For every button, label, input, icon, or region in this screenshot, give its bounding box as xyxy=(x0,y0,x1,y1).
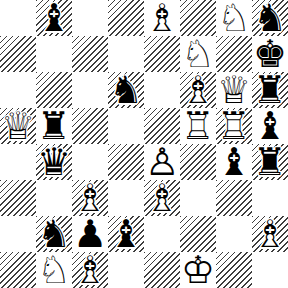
piece-glyph: ♖ xyxy=(180,108,216,144)
piece-glyph: ♛ xyxy=(36,144,72,180)
piece-black-knight: ♞♞ xyxy=(108,72,144,108)
piece-halo: ♜ xyxy=(180,108,216,144)
square-g3[interactable] xyxy=(216,180,252,216)
piece-white-pawn: ♟♙ xyxy=(144,144,180,180)
piece-glyph: ♘ xyxy=(180,36,216,72)
piece-black-knight: ♞♞ xyxy=(252,0,288,36)
square-d8[interactable] xyxy=(108,0,144,36)
square-c5[interactable] xyxy=(72,108,108,144)
piece-glyph: ♞ xyxy=(108,72,144,108)
piece-black-knight: ♞♞ xyxy=(36,216,72,252)
piece-glyph: ♚ xyxy=(252,36,288,72)
square-c2[interactable]: ♟♟ xyxy=(72,216,108,252)
square-a7[interactable] xyxy=(0,36,36,72)
square-e2[interactable] xyxy=(144,216,180,252)
piece-halo: ♛ xyxy=(36,144,72,180)
piece-halo: ♝ xyxy=(216,144,252,180)
piece-white-bishop: ♝♗ xyxy=(72,252,108,288)
square-b7[interactable] xyxy=(36,36,72,72)
square-b6[interactable] xyxy=(36,72,72,108)
piece-white-queen: ♛♕ xyxy=(216,72,252,108)
square-g1[interactable] xyxy=(216,252,252,288)
square-e1[interactable] xyxy=(144,252,180,288)
piece-black-bishop: ♝♝ xyxy=(252,108,288,144)
square-g5[interactable]: ♜♖ xyxy=(216,108,252,144)
chess-board: ♝♝♝♗♞♘♞♞♞♘♚♚♞♞♝♗♛♕♜♜♛♕♜♜♜♖♜♖♝♝♛♛♟♙♝♝♜♜♝♗… xyxy=(0,0,288,288)
piece-halo: ♞ xyxy=(216,0,252,36)
square-a4[interactable] xyxy=(0,144,36,180)
square-c6[interactable] xyxy=(72,72,108,108)
piece-halo: ♝ xyxy=(36,0,72,36)
square-h5[interactable]: ♝♝ xyxy=(252,108,288,144)
square-d1[interactable] xyxy=(108,252,144,288)
square-h7[interactable]: ♚♚ xyxy=(252,36,288,72)
square-d3[interactable] xyxy=(108,180,144,216)
square-f4[interactable] xyxy=(180,144,216,180)
piece-black-rook: ♜♜ xyxy=(252,144,288,180)
square-d5[interactable] xyxy=(108,108,144,144)
piece-halo: ♝ xyxy=(180,72,216,108)
square-c3[interactable]: ♝♗ xyxy=(72,180,108,216)
piece-halo: ♚ xyxy=(180,252,216,288)
square-g2[interactable] xyxy=(216,216,252,252)
piece-glyph: ♜ xyxy=(252,144,288,180)
piece-white-rook: ♜♖ xyxy=(180,108,216,144)
square-f2[interactable] xyxy=(180,216,216,252)
piece-white-knight: ♞♘ xyxy=(36,252,72,288)
piece-glyph: ♞ xyxy=(36,216,72,252)
piece-halo: ♝ xyxy=(144,180,180,216)
piece-black-rook: ♜♜ xyxy=(36,108,72,144)
piece-glyph: ♙ xyxy=(144,144,180,180)
square-a3[interactable] xyxy=(0,180,36,216)
piece-glyph: ♖ xyxy=(216,108,252,144)
square-b1[interactable]: ♞♘ xyxy=(36,252,72,288)
square-g4[interactable]: ♝♝ xyxy=(216,144,252,180)
piece-white-bishop: ♝♗ xyxy=(72,180,108,216)
piece-glyph: ♝ xyxy=(36,0,72,36)
square-a8[interactable] xyxy=(0,0,36,36)
piece-halo: ♝ xyxy=(72,180,108,216)
piece-halo: ♞ xyxy=(36,216,72,252)
square-b3[interactable] xyxy=(36,180,72,216)
piece-halo: ♛ xyxy=(216,72,252,108)
piece-halo: ♜ xyxy=(216,108,252,144)
piece-black-bishop: ♝♝ xyxy=(36,0,72,36)
piece-glyph: ♗ xyxy=(72,252,108,288)
piece-halo: ♜ xyxy=(252,72,288,108)
square-h3[interactable] xyxy=(252,180,288,216)
piece-white-bishop: ♝♗ xyxy=(252,216,288,252)
square-a1[interactable] xyxy=(0,252,36,288)
square-g8[interactable]: ♞♘ xyxy=(216,0,252,36)
square-b5[interactable]: ♜♜ xyxy=(36,108,72,144)
piece-glyph: ♜ xyxy=(252,72,288,108)
square-d4[interactable] xyxy=(108,144,144,180)
piece-glyph: ♕ xyxy=(0,108,36,144)
square-e3[interactable]: ♝♗ xyxy=(144,180,180,216)
square-d7[interactable] xyxy=(108,36,144,72)
square-f7[interactable]: ♞♘ xyxy=(180,36,216,72)
square-e4[interactable]: ♟♙ xyxy=(144,144,180,180)
square-h1[interactable] xyxy=(252,252,288,288)
square-f5[interactable]: ♜♖ xyxy=(180,108,216,144)
piece-glyph: ♘ xyxy=(36,252,72,288)
piece-halo: ♜ xyxy=(36,108,72,144)
piece-halo: ♝ xyxy=(252,108,288,144)
square-h8[interactable]: ♞♞ xyxy=(252,0,288,36)
square-c4[interactable] xyxy=(72,144,108,180)
piece-glyph: ♗ xyxy=(180,72,216,108)
piece-glyph: ♔ xyxy=(180,252,216,288)
piece-glyph: ♞ xyxy=(252,0,288,36)
square-h4[interactable]: ♜♜ xyxy=(252,144,288,180)
square-e6[interactable] xyxy=(144,72,180,108)
square-d6[interactable]: ♞♞ xyxy=(108,72,144,108)
piece-glyph: ♗ xyxy=(144,180,180,216)
piece-halo: ♟ xyxy=(72,216,108,252)
square-h2[interactable]: ♝♗ xyxy=(252,216,288,252)
piece-glyph: ♟ xyxy=(72,216,108,252)
square-d2[interactable]: ♝♝ xyxy=(108,216,144,252)
piece-glyph: ♕ xyxy=(216,72,252,108)
square-e8[interactable]: ♝♗ xyxy=(144,0,180,36)
piece-glyph: ♘ xyxy=(216,0,252,36)
piece-halo: ♚ xyxy=(252,36,288,72)
piece-glyph: ♜ xyxy=(36,108,72,144)
piece-black-king: ♚♚ xyxy=(252,36,288,72)
square-c8[interactable] xyxy=(72,0,108,36)
piece-glyph: ♝ xyxy=(252,108,288,144)
piece-glyph: ♗ xyxy=(144,0,180,36)
piece-halo: ♜ xyxy=(252,144,288,180)
square-f1[interactable]: ♚♔ xyxy=(180,252,216,288)
piece-halo: ♝ xyxy=(252,216,288,252)
square-g7[interactable] xyxy=(216,36,252,72)
piece-white-knight: ♞♘ xyxy=(180,36,216,72)
square-h6[interactable]: ♜♜ xyxy=(252,72,288,108)
piece-halo: ♞ xyxy=(180,36,216,72)
piece-halo: ♞ xyxy=(36,252,72,288)
square-c1[interactable]: ♝♗ xyxy=(72,252,108,288)
square-f6[interactable]: ♝♗ xyxy=(180,72,216,108)
piece-halo: ♟ xyxy=(144,144,180,180)
square-e5[interactable] xyxy=(144,108,180,144)
piece-halo: ♞ xyxy=(108,72,144,108)
square-f8[interactable] xyxy=(180,0,216,36)
square-e7[interactable] xyxy=(144,36,180,72)
piece-halo: ♞ xyxy=(252,0,288,36)
square-f3[interactable] xyxy=(180,180,216,216)
piece-white-rook: ♜♖ xyxy=(216,108,252,144)
piece-glyph: ♝ xyxy=(216,144,252,180)
piece-halo: ♝ xyxy=(144,0,180,36)
piece-halo: ♛ xyxy=(0,108,36,144)
square-a2[interactable] xyxy=(0,216,36,252)
square-a6[interactable] xyxy=(0,72,36,108)
square-g6[interactable]: ♛♕ xyxy=(216,72,252,108)
piece-black-queen: ♛♛ xyxy=(36,144,72,180)
square-b2[interactable]: ♞♞ xyxy=(36,216,72,252)
piece-white-bishop: ♝♗ xyxy=(144,0,180,36)
piece-white-knight: ♞♘ xyxy=(216,0,252,36)
square-b8[interactable]: ♝♝ xyxy=(36,0,72,36)
piece-white-bishop: ♝♗ xyxy=(144,180,180,216)
piece-glyph: ♗ xyxy=(72,180,108,216)
square-c7[interactable] xyxy=(72,36,108,72)
piece-white-bishop: ♝♗ xyxy=(180,72,216,108)
square-a5[interactable]: ♛♕ xyxy=(0,108,36,144)
piece-white-king: ♚♔ xyxy=(180,252,216,288)
piece-glyph: ♝ xyxy=(108,216,144,252)
piece-black-pawn: ♟♟ xyxy=(72,216,108,252)
piece-halo: ♝ xyxy=(72,252,108,288)
piece-black-rook: ♜♜ xyxy=(252,72,288,108)
piece-halo: ♝ xyxy=(108,216,144,252)
square-b4[interactable]: ♛♛ xyxy=(36,144,72,180)
piece-glyph: ♗ xyxy=(252,216,288,252)
piece-black-bishop: ♝♝ xyxy=(216,144,252,180)
piece-black-bishop: ♝♝ xyxy=(108,216,144,252)
piece-white-queen: ♛♕ xyxy=(0,108,36,144)
